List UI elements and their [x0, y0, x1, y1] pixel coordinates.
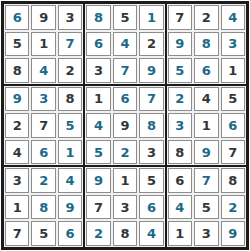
cell-r3c7[interactable]: 5: [168, 58, 192, 83]
cell-r1c2[interactable]: 9: [31, 5, 55, 30]
cell-r4c1[interactable]: 9: [5, 87, 29, 112]
cell-r1c7[interactable]: 7: [168, 5, 192, 30]
cell-r2c7[interactable]: 9: [168, 32, 192, 57]
cell-r2c4[interactable]: 6: [86, 32, 110, 57]
cell-r6c6[interactable]: 3: [139, 140, 163, 165]
cell-r3c3[interactable]: 2: [58, 58, 82, 83]
cell-r9c3[interactable]: 6: [58, 221, 82, 246]
cell-r3c6[interactable]: 9: [139, 58, 163, 83]
cell-r6c2[interactable]: 6: [31, 140, 55, 165]
cell-r9c8[interactable]: 3: [194, 221, 218, 246]
cell-r6c9[interactable]: 7: [221, 140, 245, 165]
cell-r2c1[interactable]: 5: [5, 32, 29, 57]
cell-r4c7[interactable]: 2: [168, 87, 192, 112]
cell-r2c2[interactable]: 1: [31, 32, 55, 57]
cell-r6c1[interactable]: 4: [5, 140, 29, 165]
cell-r6c7[interactable]: 8: [168, 140, 192, 165]
cell-r9c7[interactable]: 1: [168, 221, 192, 246]
sudoku-box-6: 245316897: [166, 85, 247, 167]
cell-r5c2[interactable]: 7: [31, 113, 55, 138]
cell-r7c1[interactable]: 3: [5, 168, 29, 193]
cell-r9c5[interactable]: 8: [113, 221, 137, 246]
sudoku-board: 6935178428516423797249835619382754611674…: [1, 1, 249, 250]
cell-r5c8[interactable]: 1: [194, 113, 218, 138]
cell-r7c2[interactable]: 2: [31, 168, 55, 193]
cell-r4c5[interactable]: 6: [113, 87, 137, 112]
cell-r3c1[interactable]: 8: [5, 58, 29, 83]
sudoku-box-2: 851642379: [84, 3, 165, 85]
cell-r5c9[interactable]: 6: [221, 113, 245, 138]
cell-r7c8[interactable]: 7: [194, 168, 218, 193]
cell-r1c6[interactable]: 1: [139, 5, 163, 30]
cell-r7c9[interactable]: 8: [221, 168, 245, 193]
cell-r2c9[interactable]: 3: [221, 32, 245, 57]
cell-r2c5[interactable]: 4: [113, 32, 137, 57]
cell-r4c8[interactable]: 4: [194, 87, 218, 112]
cell-r8c2[interactable]: 8: [31, 195, 55, 220]
cell-r5c5[interactable]: 9: [113, 113, 137, 138]
cell-r8c3[interactable]: 9: [58, 195, 82, 220]
cell-r3c4[interactable]: 3: [86, 58, 110, 83]
cell-r1c3[interactable]: 3: [58, 5, 82, 30]
sudoku-box-5: 167498523: [84, 85, 165, 167]
sudoku-box-1: 693517842: [3, 3, 84, 85]
cell-r9c4[interactable]: 2: [86, 221, 110, 246]
cell-r4c3[interactable]: 8: [58, 87, 82, 112]
cell-r4c2[interactable]: 3: [31, 87, 55, 112]
cell-r4c4[interactable]: 1: [86, 87, 110, 112]
sudoku-box-4: 938275461: [3, 85, 84, 167]
cell-r5c7[interactable]: 3: [168, 113, 192, 138]
sudoku-box-7: 324189756: [3, 166, 84, 248]
cell-r1c4[interactable]: 8: [86, 5, 110, 30]
cell-r3c8[interactable]: 6: [194, 58, 218, 83]
cell-r2c8[interactable]: 8: [194, 32, 218, 57]
cell-r1c1[interactable]: 6: [5, 5, 29, 30]
cell-r8c7[interactable]: 4: [168, 195, 192, 220]
cell-r2c3[interactable]: 7: [58, 32, 82, 57]
cell-r5c3[interactable]: 5: [58, 113, 82, 138]
cell-r4c9[interactable]: 5: [221, 87, 245, 112]
cell-r5c6[interactable]: 8: [139, 113, 163, 138]
cell-r6c3[interactable]: 1: [58, 140, 82, 165]
cell-r7c3[interactable]: 4: [58, 168, 82, 193]
sudoku-box-3: 724983561: [166, 3, 247, 85]
cell-r8c6[interactable]: 6: [139, 195, 163, 220]
cell-r8c4[interactable]: 7: [86, 195, 110, 220]
cell-r9c9[interactable]: 9: [221, 221, 245, 246]
cell-r5c1[interactable]: 2: [5, 113, 29, 138]
cell-r8c1[interactable]: 1: [5, 195, 29, 220]
cell-r1c5[interactable]: 5: [113, 5, 137, 30]
cell-r8c5[interactable]: 3: [113, 195, 137, 220]
cell-r8c9[interactable]: 2: [221, 195, 245, 220]
cell-r7c5[interactable]: 1: [113, 168, 137, 193]
cell-r2c6[interactable]: 2: [139, 32, 163, 57]
cell-r3c2[interactable]: 4: [31, 58, 55, 83]
cell-r5c4[interactable]: 4: [86, 113, 110, 138]
cell-r8c8[interactable]: 5: [194, 195, 218, 220]
cell-r3c5[interactable]: 7: [113, 58, 137, 83]
cell-r7c6[interactable]: 5: [139, 168, 163, 193]
cell-r9c2[interactable]: 5: [31, 221, 55, 246]
cell-r1c8[interactable]: 2: [194, 5, 218, 30]
cell-r9c1[interactable]: 7: [5, 221, 29, 246]
cell-r7c4[interactable]: 9: [86, 168, 110, 193]
cell-r6c4[interactable]: 5: [86, 140, 110, 165]
cell-r6c8[interactable]: 9: [194, 140, 218, 165]
sudoku-box-9: 678452139: [166, 166, 247, 248]
cell-r6c5[interactable]: 2: [113, 140, 137, 165]
cell-r7c7[interactable]: 6: [168, 168, 192, 193]
cell-r1c9[interactable]: 4: [221, 5, 245, 30]
cell-r9c6[interactable]: 4: [139, 221, 163, 246]
cell-r3c9[interactable]: 1: [221, 58, 245, 83]
cell-r4c6[interactable]: 7: [139, 87, 163, 112]
sudoku-box-8: 915736284: [84, 166, 165, 248]
